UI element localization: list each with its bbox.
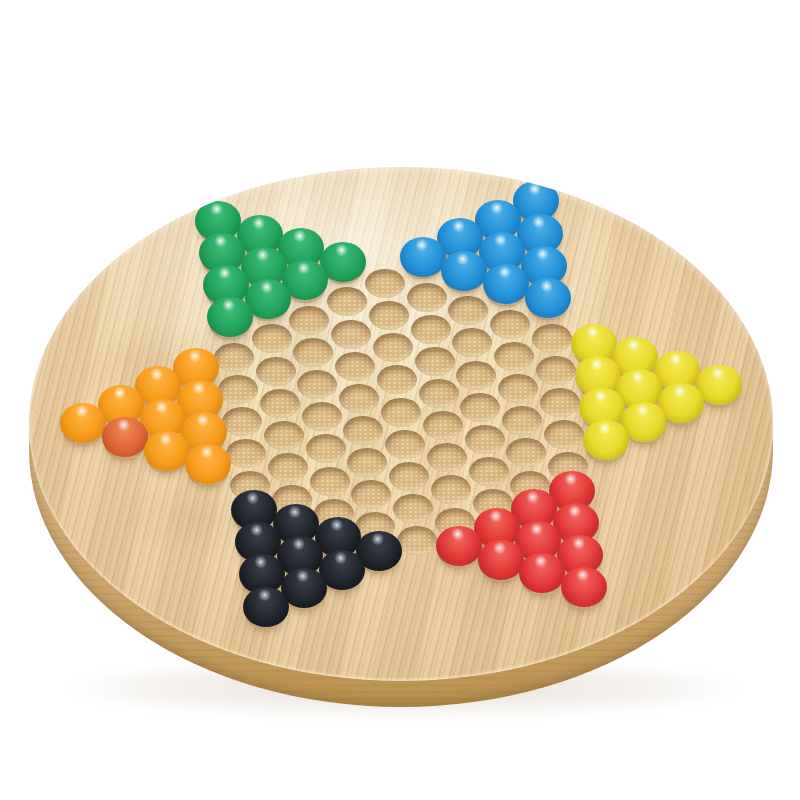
board-hole[interactable]	[469, 457, 509, 486]
marble-yellow[interactable]	[583, 420, 629, 460]
board-hole[interactable]	[365, 269, 405, 298]
board-hole[interactable]	[256, 357, 296, 386]
board-hole[interactable]	[540, 388, 580, 417]
board-hole[interactable]	[302, 402, 342, 431]
board-hole[interactable]	[351, 480, 391, 509]
board-hole[interactable]	[419, 379, 459, 408]
board-hole[interactable]	[460, 393, 500, 422]
board-hole[interactable]	[494, 342, 534, 371]
board-hole[interactable]	[490, 310, 530, 339]
board-hole[interactable]	[393, 494, 433, 523]
marble-red[interactable]	[478, 540, 524, 580]
board-hole[interactable]	[502, 406, 542, 435]
board-hole[interactable]	[222, 407, 262, 436]
board-hole[interactable]	[452, 328, 492, 357]
marble-blue[interactable]	[441, 251, 487, 291]
board-hole[interactable]	[226, 439, 266, 468]
board-hole[interactable]	[331, 320, 371, 349]
board-hole[interactable]	[431, 475, 471, 504]
board-hole[interactable]	[427, 443, 467, 472]
board-hole[interactable]	[465, 425, 505, 454]
board-hole[interactable]	[268, 453, 308, 482]
marble-orange[interactable]	[144, 431, 190, 471]
board-hole[interactable]	[293, 338, 333, 367]
board-hole[interactable]	[498, 374, 538, 403]
board-hole[interactable]	[407, 283, 447, 312]
board-hole[interactable]	[214, 343, 254, 372]
board-hole[interactable]	[456, 361, 496, 390]
board-hole[interactable]	[327, 287, 367, 316]
board-hole[interactable]	[310, 467, 350, 496]
board-hole[interactable]	[381, 398, 421, 427]
board-hole[interactable]	[369, 301, 409, 330]
board-hole[interactable]	[335, 352, 375, 381]
board-hole[interactable]	[297, 370, 337, 399]
board-hole[interactable]	[397, 526, 437, 555]
board-hole[interactable]	[506, 438, 546, 467]
board-hole[interactable]	[347, 448, 387, 477]
board-hole[interactable]	[415, 347, 455, 376]
board-hole[interactable]	[289, 306, 329, 335]
board-hole[interactable]	[373, 333, 413, 362]
marble-red[interactable]	[561, 567, 607, 607]
board-hole[interactable]	[264, 421, 304, 450]
marble-red[interactable]	[436, 526, 482, 566]
marble-black[interactable]	[243, 587, 289, 627]
board-hole[interactable]	[385, 430, 425, 459]
marble-blue[interactable]	[525, 278, 571, 318]
board-hole[interactable]	[377, 365, 417, 394]
product-photo-scene	[0, 0, 800, 800]
board-hole[interactable]	[411, 315, 451, 344]
board-hole[interactable]	[536, 356, 576, 385]
board-hole[interactable]	[218, 375, 258, 404]
board-hole[interactable]	[532, 324, 572, 353]
board-hole[interactable]	[389, 462, 429, 491]
board-hole[interactable]	[448, 296, 488, 325]
marble-orange-red-variant[interactable]	[102, 417, 148, 457]
board-hole[interactable]	[260, 389, 300, 418]
board-hole[interactable]	[306, 434, 346, 463]
marble-blue[interactable]	[400, 237, 446, 277]
board-hole[interactable]	[343, 416, 383, 445]
chinese-checkers-board	[29, 167, 773, 681]
board-hole[interactable]	[252, 324, 292, 353]
board-hole[interactable]	[339, 384, 379, 413]
board-hole[interactable]	[544, 420, 584, 449]
board-hole[interactable]	[423, 411, 463, 440]
